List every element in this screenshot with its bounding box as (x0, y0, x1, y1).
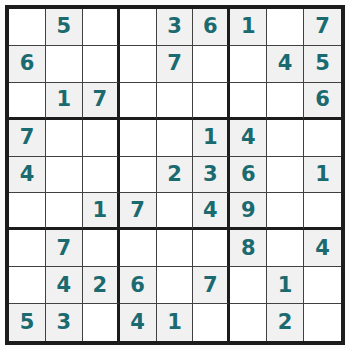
cell-r3c3[interactable]: 7 (83, 83, 120, 120)
cell-r3c4[interactable] (120, 83, 157, 120)
cell-r5c5[interactable]: 2 (157, 157, 194, 194)
cell-r7c8[interactable] (267, 230, 304, 267)
cell-r6c2[interactable] (46, 193, 83, 230)
cell-r8c9[interactable] (304, 267, 341, 304)
cell-r7c4[interactable] (120, 230, 157, 267)
cell-r1c5[interactable]: 3 (157, 9, 194, 46)
sudoku-board: 5361767451767144236117497844267153412 (5, 5, 345, 345)
cell-r2c5[interactable]: 7 (157, 46, 194, 83)
cell-r2c1[interactable]: 6 (9, 46, 46, 83)
cell-r8c3[interactable]: 2 (83, 267, 120, 304)
cell-r2c3[interactable] (83, 46, 120, 83)
cell-r4c1[interactable]: 7 (9, 120, 46, 157)
cell-r3c1[interactable] (9, 83, 46, 120)
cell-r9c2[interactable]: 3 (46, 304, 83, 341)
cell-r6c5[interactable] (157, 193, 194, 230)
cell-r6c8[interactable] (267, 193, 304, 230)
cell-r1c1[interactable] (9, 9, 46, 46)
cell-r6c9[interactable] (304, 193, 341, 230)
cell-r7c3[interactable] (83, 230, 120, 267)
cell-r4c7[interactable]: 4 (230, 120, 267, 157)
cell-r3c7[interactable] (230, 83, 267, 120)
cell-r1c8[interactable] (267, 9, 304, 46)
cell-r8c2[interactable]: 4 (46, 267, 83, 304)
cell-r9c5[interactable]: 1 (157, 304, 194, 341)
cell-r3c9[interactable]: 6 (304, 83, 341, 120)
cell-r6c4[interactable]: 7 (120, 193, 157, 230)
cell-r5c7[interactable]: 6 (230, 157, 267, 194)
cell-r8c7[interactable] (230, 267, 267, 304)
cell-r4c5[interactable] (157, 120, 194, 157)
cell-r8c8[interactable]: 1 (267, 267, 304, 304)
cell-r5c1[interactable]: 4 (9, 157, 46, 194)
cell-r7c9[interactable]: 4 (304, 230, 341, 267)
cell-r3c8[interactable] (267, 83, 304, 120)
cell-r4c3[interactable] (83, 120, 120, 157)
cell-r5c4[interactable] (120, 157, 157, 194)
cell-r9c3[interactable] (83, 304, 120, 341)
cell-r5c2[interactable] (46, 157, 83, 194)
cell-r2c4[interactable] (120, 46, 157, 83)
cell-r3c6[interactable] (193, 83, 230, 120)
cell-r1c6[interactable]: 6 (193, 9, 230, 46)
cell-r8c5[interactable] (157, 267, 194, 304)
cell-r8c4[interactable]: 6 (120, 267, 157, 304)
cell-r1c3[interactable] (83, 9, 120, 46)
cell-r4c2[interactable] (46, 120, 83, 157)
cell-r7c1[interactable] (9, 230, 46, 267)
cell-r9c7[interactable] (230, 304, 267, 341)
cell-r9c1[interactable]: 5 (9, 304, 46, 341)
cell-r2c7[interactable] (230, 46, 267, 83)
cell-r6c6[interactable]: 4 (193, 193, 230, 230)
cell-r9c8[interactable]: 2 (267, 304, 304, 341)
cell-r2c2[interactable] (46, 46, 83, 83)
cell-r5c9[interactable]: 1 (304, 157, 341, 194)
cell-r5c8[interactable] (267, 157, 304, 194)
cell-r3c5[interactable] (157, 83, 194, 120)
cell-r6c7[interactable]: 9 (230, 193, 267, 230)
cell-r1c7[interactable]: 1 (230, 9, 267, 46)
cell-r5c6[interactable]: 3 (193, 157, 230, 194)
cell-r2c6[interactable] (193, 46, 230, 83)
cell-r9c6[interactable] (193, 304, 230, 341)
sudoku-page: 5361767451767144236117497844267153412 (0, 0, 350, 350)
cell-r6c1[interactable] (9, 193, 46, 230)
cell-r1c2[interactable]: 5 (46, 9, 83, 46)
cell-r7c5[interactable] (157, 230, 194, 267)
cell-r5c3[interactable] (83, 157, 120, 194)
cell-r9c4[interactable]: 4 (120, 304, 157, 341)
cell-r8c6[interactable]: 7 (193, 267, 230, 304)
cell-r7c6[interactable] (193, 230, 230, 267)
cell-r7c2[interactable]: 7 (46, 230, 83, 267)
cell-r2c9[interactable]: 5 (304, 46, 341, 83)
cell-r6c3[interactable]: 1 (83, 193, 120, 230)
cell-r9c9[interactable] (304, 304, 341, 341)
cell-r7c7[interactable]: 8 (230, 230, 267, 267)
cell-r4c6[interactable]: 1 (193, 120, 230, 157)
cell-r3c2[interactable]: 1 (46, 83, 83, 120)
cell-r1c9[interactable]: 7 (304, 9, 341, 46)
cell-r8c1[interactable] (9, 267, 46, 304)
cell-r4c4[interactable] (120, 120, 157, 157)
cell-r2c8[interactable]: 4 (267, 46, 304, 83)
cell-r4c8[interactable] (267, 120, 304, 157)
cell-r4c9[interactable] (304, 120, 341, 157)
cell-r1c4[interactable] (120, 9, 157, 46)
